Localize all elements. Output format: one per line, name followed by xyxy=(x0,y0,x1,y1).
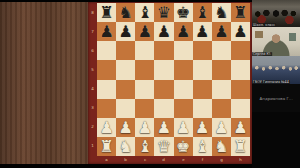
square-f8[interactable]: ♝ xyxy=(193,3,212,22)
black-knight: ♞ xyxy=(212,3,231,22)
square-d3[interactable] xyxy=(154,99,173,118)
square-e3[interactable] xyxy=(174,99,193,118)
file-label-a: a xyxy=(97,156,116,164)
black-pawn: ♟ xyxy=(231,22,250,41)
app-window: 87654321 ♜♞♝♛♚♝♞♜♟♟♟♟♟♟♟♟♟♟♟♟♟♟♟♟♜♞♝♛♚♝♞… xyxy=(0,0,300,168)
participant-video-meeting-room[interactable]: Шахм. класс xyxy=(252,0,300,27)
square-a4[interactable] xyxy=(97,80,116,99)
white-king: ♚ xyxy=(174,137,193,156)
square-e8[interactable]: ♚ xyxy=(174,3,193,22)
rank-label-8: 8 xyxy=(88,3,97,22)
square-h2[interactable]: ♟ xyxy=(231,118,250,137)
file-labels: abcdefgh xyxy=(97,156,250,164)
square-d4[interactable] xyxy=(154,80,173,99)
square-a6[interactable] xyxy=(97,41,116,60)
square-a5[interactable] xyxy=(97,60,116,79)
black-king: ♚ xyxy=(174,3,193,22)
participant-video-webcam-man[interactable]: Сергей Ю. xyxy=(252,27,300,56)
rank-label-6: 6 xyxy=(88,41,97,60)
square-c5[interactable] xyxy=(135,60,154,79)
square-c2[interactable]: ♟ xyxy=(135,118,154,137)
white-pawn: ♟ xyxy=(193,118,212,137)
file-label-h: h xyxy=(231,156,250,164)
square-f5[interactable] xyxy=(193,60,212,79)
rank-label-7: 7 xyxy=(88,22,97,41)
black-bishop: ♝ xyxy=(193,3,212,22)
square-b5[interactable] xyxy=(116,60,135,79)
black-pawn: ♟ xyxy=(97,22,116,41)
square-g4[interactable] xyxy=(212,80,231,99)
square-c4[interactable] xyxy=(135,80,154,99)
rank-labels: 87654321 xyxy=(88,3,97,156)
square-a2[interactable]: ♟ xyxy=(97,118,116,137)
square-e2[interactable]: ♟ xyxy=(174,118,193,137)
file-label-e: e xyxy=(174,156,193,164)
white-pawn: ♟ xyxy=(212,118,231,137)
file-label-f: f xyxy=(193,156,212,164)
square-d2[interactable]: ♟ xyxy=(154,118,173,137)
square-a1[interactable]: ♜ xyxy=(97,137,116,156)
square-f4[interactable] xyxy=(193,80,212,99)
white-pawn: ♟ xyxy=(231,118,250,137)
chess-board: ♜♞♝♛♚♝♞♜♟♟♟♟♟♟♟♟♟♟♟♟♟♟♟♟♜♞♝♛♚♝♞♜ xyxy=(97,3,250,156)
rank-label-1: 1 xyxy=(88,137,97,156)
square-e7[interactable]: ♟ xyxy=(174,22,193,41)
white-bishop: ♝ xyxy=(135,137,154,156)
file-label-c: c xyxy=(135,156,154,164)
participant-video-classroom[interactable]: ГБОУ Гимназия №44 xyxy=(252,56,300,84)
black-bishop: ♝ xyxy=(135,3,154,22)
square-b7[interactable]: ♟ xyxy=(116,22,135,41)
square-g6[interactable] xyxy=(212,41,231,60)
white-rook: ♜ xyxy=(97,137,116,156)
black-rook: ♜ xyxy=(97,3,116,22)
square-g7[interactable]: ♟ xyxy=(212,22,231,41)
square-h7[interactable]: ♟ xyxy=(231,22,250,41)
square-b2[interactable]: ♟ xyxy=(116,118,135,137)
file-label-d: d xyxy=(154,156,173,164)
desk-wood-background xyxy=(0,2,88,164)
square-f6[interactable] xyxy=(193,41,212,60)
square-g5[interactable] xyxy=(212,60,231,79)
square-c8[interactable]: ♝ xyxy=(135,3,154,22)
rank-label-2: 2 xyxy=(88,118,97,137)
square-b3[interactable] xyxy=(116,99,135,118)
video-conference-strip: Шахм. класс Сергей Ю. ГБОУ Гимназия №44 … xyxy=(252,0,300,168)
square-c1[interactable]: ♝ xyxy=(135,137,154,156)
square-e4[interactable] xyxy=(174,80,193,99)
square-h8[interactable]: ♜ xyxy=(231,3,250,22)
square-e6[interactable] xyxy=(174,41,193,60)
participant-name-text: Андрианова Г... xyxy=(259,96,292,101)
black-pawn: ♟ xyxy=(193,22,212,41)
file-label-g: g xyxy=(212,156,231,164)
square-h5[interactable] xyxy=(231,60,250,79)
participant-camera-off[interactable]: Андрианова Г... xyxy=(252,84,300,112)
square-a7[interactable]: ♟ xyxy=(97,22,116,41)
square-g3[interactable] xyxy=(212,99,231,118)
square-b6[interactable] xyxy=(116,41,135,60)
square-f2[interactable]: ♟ xyxy=(193,118,212,137)
black-pawn: ♟ xyxy=(212,22,231,41)
square-f7[interactable]: ♟ xyxy=(193,22,212,41)
rank-label-3: 3 xyxy=(88,99,97,118)
black-queen: ♛ xyxy=(154,3,173,22)
square-e1[interactable]: ♚ xyxy=(174,137,193,156)
white-queen: ♛ xyxy=(154,137,173,156)
square-g2[interactable]: ♟ xyxy=(212,118,231,137)
square-c6[interactable] xyxy=(135,41,154,60)
square-h1[interactable]: ♜ xyxy=(231,137,250,156)
white-pawn: ♟ xyxy=(154,118,173,137)
rank-label-5: 5 xyxy=(88,60,97,79)
white-pawn: ♟ xyxy=(135,118,154,137)
white-knight: ♞ xyxy=(116,137,135,156)
white-pawn: ♟ xyxy=(116,118,135,137)
black-pawn: ♟ xyxy=(116,22,135,41)
chess-board-frame: 87654321 ♜♞♝♛♚♝♞♜♟♟♟♟♟♟♟♟♟♟♟♟♟♟♟♟♜♞♝♛♚♝♞… xyxy=(88,2,252,164)
square-b4[interactable] xyxy=(116,80,135,99)
white-knight: ♞ xyxy=(212,137,231,156)
square-h4[interactable] xyxy=(231,80,250,99)
square-a8[interactable]: ♜ xyxy=(97,3,116,22)
square-b8[interactable]: ♞ xyxy=(116,3,135,22)
square-g8[interactable]: ♞ xyxy=(212,3,231,22)
black-rook: ♜ xyxy=(231,3,250,22)
square-d8[interactable]: ♛ xyxy=(154,3,173,22)
square-d5[interactable] xyxy=(154,60,173,79)
square-f1[interactable]: ♝ xyxy=(193,137,212,156)
white-bishop: ♝ xyxy=(193,137,212,156)
square-c7[interactable]: ♟ xyxy=(135,22,154,41)
white-rook: ♜ xyxy=(231,137,250,156)
black-pawn: ♟ xyxy=(174,22,193,41)
square-h3[interactable] xyxy=(231,99,250,118)
square-d7[interactable]: ♟ xyxy=(154,22,173,41)
square-a3[interactable] xyxy=(97,99,116,118)
file-label-b: b xyxy=(116,156,135,164)
black-knight: ♞ xyxy=(116,3,135,22)
square-c3[interactable] xyxy=(135,99,154,118)
square-g1[interactable]: ♞ xyxy=(212,137,231,156)
square-f3[interactable] xyxy=(193,99,212,118)
white-pawn: ♟ xyxy=(97,118,116,137)
square-h6[interactable] xyxy=(231,41,250,60)
square-e5[interactable] xyxy=(174,60,193,79)
square-b1[interactable]: ♞ xyxy=(116,137,135,156)
white-pawn: ♟ xyxy=(174,118,193,137)
black-pawn: ♟ xyxy=(154,22,173,41)
black-pawn: ♟ xyxy=(135,22,154,41)
rank-label-4: 4 xyxy=(88,80,97,99)
square-d6[interactable] xyxy=(154,41,173,60)
square-d1[interactable]: ♛ xyxy=(154,137,173,156)
